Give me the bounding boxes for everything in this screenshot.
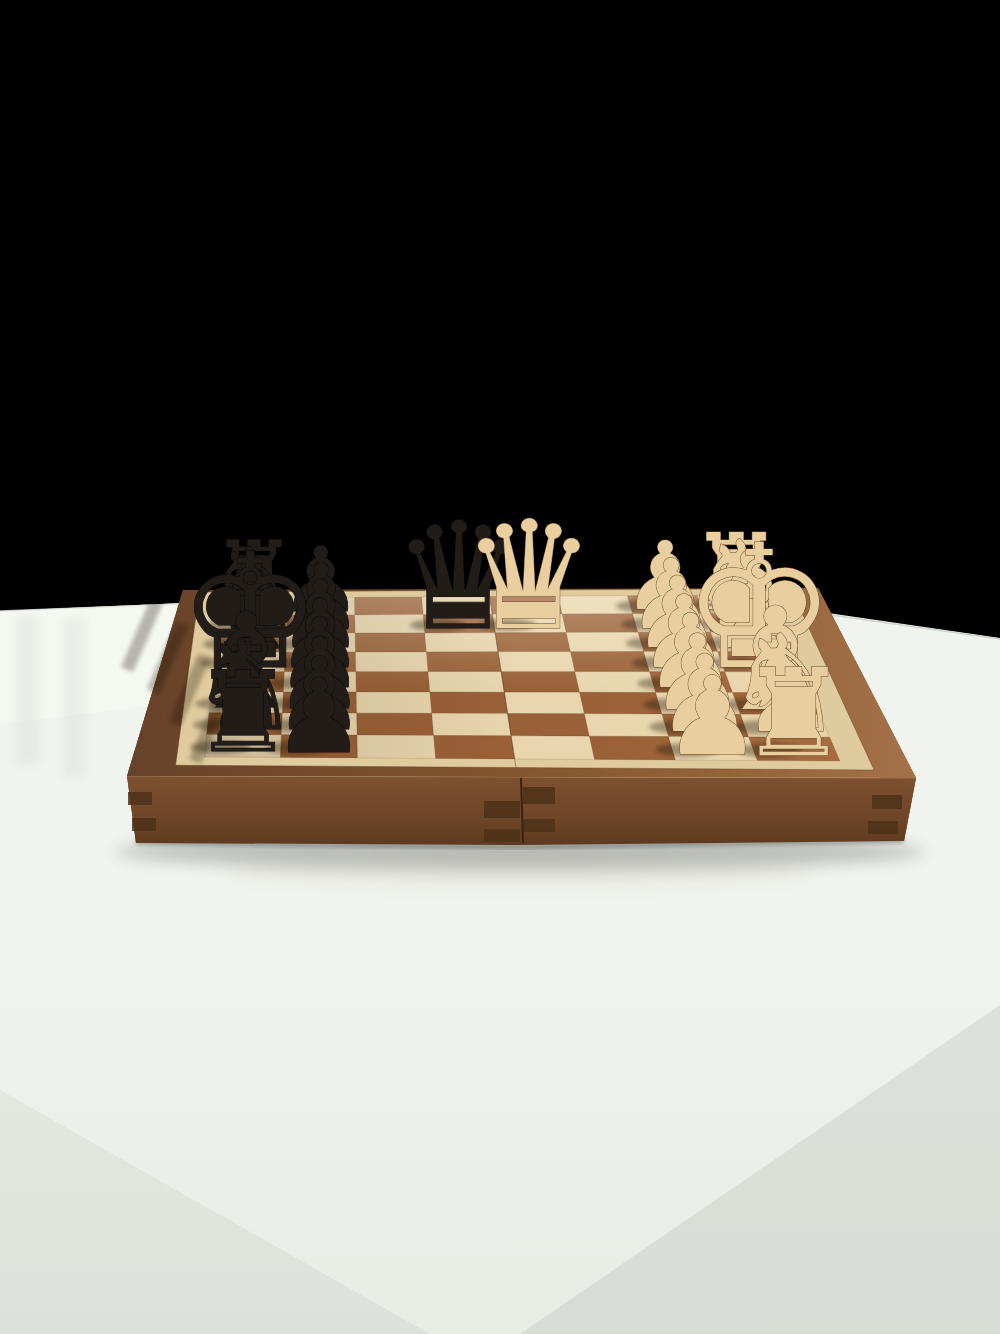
board-photo: ♜♟♟♜♞♟♛♛♟♞♝♟♟♝♚♟♟♚♟♟♝♟♟♝♞♟♟♞♜♟♟♜ bbox=[0, 0, 1000, 1334]
piece-black-pawn-a7[interactable]: ♟ bbox=[273, 657, 365, 776]
table-streak-shadow bbox=[62, 618, 86, 778]
piece-white-queen-g4[interactable]: ♛ bbox=[462, 489, 597, 663]
finger-joint bbox=[128, 792, 152, 805]
finger-joint bbox=[872, 795, 902, 809]
box-reflection bbox=[220, 856, 820, 888]
finger-joint bbox=[484, 801, 520, 818]
table-streak-shadow bbox=[14, 615, 40, 765]
scene: ♜♟♟♜♞♟♛♛♟♞♝♟♟♝♚♟♟♚♟♟♝♟♟♝♞♟♟♞♜♟♟♜ bbox=[0, 0, 1000, 1334]
finger-joint bbox=[523, 787, 555, 804]
finger-joint bbox=[523, 819, 555, 832]
finger-joint bbox=[132, 818, 156, 831]
piece-white-rook-a1[interactable]: ♜ bbox=[739, 643, 848, 784]
finger-joint bbox=[484, 829, 520, 842]
finger-joint bbox=[868, 821, 898, 834]
